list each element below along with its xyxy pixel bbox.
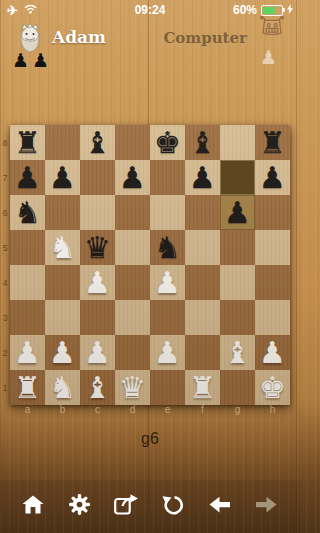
square-c3[interactable] [80,300,115,335]
piece-white-bishop: ♝ [224,335,251,370]
square-b1[interactable]: ♞ [45,370,80,405]
square-b3[interactable] [45,300,80,335]
square-h3[interactable] [255,300,290,335]
avatar-computer-robot [257,16,287,48]
rank-label-5: 5 [0,230,10,265]
rank-label-7: 7 [0,160,10,195]
square-c6[interactable] [80,195,115,230]
square-d2[interactable] [115,335,150,370]
white-player-name: Adam [52,27,106,47]
square-e8[interactable]: ♚ [150,125,185,160]
square-a3[interactable] [10,300,45,335]
square-d8[interactable] [115,125,150,160]
square-g7[interactable] [220,160,255,195]
captured-white-pawn: ♟ [260,46,280,68]
battery-fill [263,7,275,14]
square-g1[interactable] [220,370,255,405]
square-b2[interactable]: ♟ [45,335,80,370]
piece-black-pawn: ♟ [189,160,216,195]
square-a8[interactable]: ♜ [10,125,45,160]
square-h7[interactable]: ♟ [255,160,290,195]
piece-white-queen: ♛ [119,370,146,405]
rank-label-3: 3 [0,300,10,335]
square-b7[interactable]: ♟ [45,160,80,195]
share-icon [114,494,139,519]
piece-black-bishop: ♝ [84,125,111,160]
square-a5[interactable] [10,230,45,265]
square-e3[interactable] [150,300,185,335]
piece-white-pawn: ♟ [259,335,286,370]
piece-black-pawn: ♟ [224,195,251,230]
captured-black-pawn: ♟ [32,49,52,71]
square-c5[interactable]: ♛ [80,230,115,265]
square-d1[interactable]: ♛ [115,370,150,405]
square-g3[interactable] [220,300,255,335]
settings-gear-icon [69,494,90,519]
piece-white-pawn: ♟ [49,335,76,370]
square-a2[interactable]: ♟ [10,335,45,370]
piece-white-rook: ♜ [14,370,41,405]
battery-icon [261,5,283,16]
rank-label-8: 8 [0,125,10,160]
piece-white-pawn: ♟ [154,265,181,300]
square-h6[interactable] [255,195,290,230]
piece-white-king: ♚ [259,370,286,405]
piece-white-pawn: ♟ [154,335,181,370]
bottom-toolbar [0,480,300,533]
file-label-g: g [220,404,255,415]
square-c1[interactable]: ♝ [80,370,115,405]
rank-label-2: 2 [0,335,10,370]
back-arrow-icon [209,496,230,517]
chess-board: ♜♝♚♝♜♟♟♟♟♟♞♟♞♛♞♟♟♟♟♟♟♝♟♜♞♝♛♜♚ [10,125,290,405]
square-e6[interactable] [150,195,185,230]
rank-labels: 87654321 [0,125,10,405]
square-f8[interactable]: ♝ [185,125,220,160]
square-g6[interactable]: ♟ [220,195,255,230]
square-a7[interactable]: ♟ [10,160,45,195]
rotate-undo-icon [162,494,184,520]
square-f5[interactable] [185,230,220,265]
file-label-c: c [80,404,115,415]
last-move-label: g6 [0,430,300,448]
piece-white-pawn: ♟ [84,335,111,370]
square-d5[interactable] [115,230,150,265]
square-b6[interactable] [45,195,80,230]
home-button[interactable] [18,492,48,522]
file-labels: abcdefgh [10,404,290,415]
square-c7[interactable] [80,160,115,195]
square-b8[interactable] [45,125,80,160]
square-a1[interactable]: ♜ [10,370,45,405]
square-g8[interactable] [220,125,255,160]
file-label-a: a [10,404,45,415]
piece-white-pawn: ♟ [14,335,41,370]
rank-label-6: 6 [0,195,10,230]
settings-button[interactable] [65,492,95,522]
share-button[interactable] [112,492,142,522]
piece-black-knight: ♞ [154,230,181,265]
square-g5[interactable] [220,230,255,265]
square-h5[interactable] [255,230,290,265]
captured-by-black-tray: ♟ [260,47,280,67]
square-h4[interactable] [255,265,290,300]
forward-arrow-icon [256,496,277,517]
square-a4[interactable] [10,265,45,300]
captured-by-white-tray: ♟♟ [12,50,52,70]
piece-white-knight: ♞ [49,230,76,265]
forward-move-button[interactable] [252,492,282,522]
square-e2[interactable]: ♟ [150,335,185,370]
piece-black-rook: ♜ [259,125,286,160]
square-d4[interactable] [115,265,150,300]
home-icon [22,495,44,518]
piece-black-queen: ♛ [84,230,111,265]
square-h8[interactable]: ♜ [255,125,290,160]
square-e4[interactable]: ♟ [150,265,185,300]
square-c2[interactable]: ♟ [80,335,115,370]
square-f7[interactable]: ♟ [185,160,220,195]
piece-black-pawn: ♟ [259,160,286,195]
square-h2[interactable]: ♟ [255,335,290,370]
file-label-d: d [115,404,150,415]
black-player-name: Computer [163,29,247,47]
square-e1[interactable] [150,370,185,405]
file-label-f: f [185,404,220,415]
square-f4[interactable] [185,265,220,300]
rotate-undo-button[interactable] [158,492,188,522]
clock-time: 09:24 [0,3,300,17]
file-label-b: b [45,404,80,415]
piece-black-king: ♚ [154,125,181,160]
square-c4[interactable]: ♟ [80,265,115,300]
piece-black-rook: ♜ [14,125,41,160]
file-label-e: e [150,404,185,415]
rank-label-1: 1 [0,370,10,405]
piece-white-rook: ♜ [189,370,216,405]
captured-black-pawn: ♟ [12,49,32,71]
piece-black-knight: ♞ [14,195,41,230]
piece-black-pawn: ♟ [14,160,41,195]
square-d7[interactable]: ♟ [115,160,150,195]
square-e7[interactable] [150,160,185,195]
piece-white-knight: ♞ [49,370,76,405]
square-f6[interactable] [185,195,220,230]
piece-white-pawn: ♟ [84,265,111,300]
back-move-button[interactable] [205,492,235,522]
piece-black-pawn: ♟ [49,160,76,195]
piece-black-bishop: ♝ [189,125,216,160]
square-e5[interactable]: ♞ [150,230,185,265]
status-bar: ✈ 09:24 60% [0,0,300,20]
square-g2[interactable]: ♝ [220,335,255,370]
square-h1[interactable]: ♚ [255,370,290,405]
square-f1[interactable]: ♜ [185,370,220,405]
file-label-h: h [255,404,290,415]
square-d3[interactable] [115,300,150,335]
square-f2[interactable] [185,335,220,370]
square-c8[interactable]: ♝ [80,125,115,160]
square-a6[interactable]: ♞ [10,195,45,230]
piece-black-pawn: ♟ [119,160,146,195]
square-b5[interactable]: ♞ [45,230,80,265]
square-b4[interactable] [45,265,80,300]
square-g4[interactable] [220,265,255,300]
piece-white-bishop: ♝ [84,370,111,405]
rank-label-4: 4 [0,265,10,300]
square-f3[interactable] [185,300,220,335]
square-d6[interactable] [115,195,150,230]
